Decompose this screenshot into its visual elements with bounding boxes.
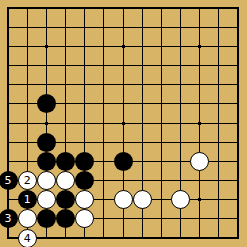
- star-point: [198, 122, 201, 125]
- black-stone[interactable]: [37, 152, 56, 171]
- star-point: [122, 122, 125, 125]
- black-stone[interactable]: [114, 152, 133, 171]
- white-stone[interactable]: [75, 190, 94, 209]
- white-stone[interactable]: [114, 190, 133, 209]
- move-4-white-stone[interactable]: 4: [18, 229, 37, 247]
- grid-line-vertical: [237, 7, 239, 239]
- move-1-black-stone[interactable]: 1: [18, 190, 37, 209]
- star-point: [45, 45, 48, 48]
- move-5-black-stone[interactable]: 5: [0, 171, 18, 190]
- white-stone[interactable]: [133, 190, 152, 209]
- white-stone[interactable]: [171, 190, 190, 209]
- go-board[interactable]: 52134: [0, 0, 247, 247]
- white-stone[interactable]: [37, 171, 56, 190]
- black-stone[interactable]: [56, 190, 75, 209]
- white-stone[interactable]: [56, 171, 75, 190]
- move-2-white-stone[interactable]: 2: [18, 171, 37, 190]
- star-point: [45, 122, 48, 125]
- move-number-label: 4: [24, 230, 31, 247]
- black-stone[interactable]: [37, 209, 56, 228]
- black-stone[interactable]: [37, 94, 56, 113]
- star-point: [198, 198, 201, 201]
- black-stone[interactable]: [75, 171, 94, 190]
- black-stone[interactable]: [75, 152, 94, 171]
- grid-line-vertical: [161, 7, 162, 239]
- star-point: [122, 45, 125, 48]
- grid-line-vertical: [218, 7, 219, 239]
- move-number-label: 2: [24, 172, 31, 189]
- white-stone[interactable]: [75, 209, 94, 228]
- black-stone[interactable]: [37, 133, 56, 152]
- move-number-label: 3: [5, 209, 12, 228]
- white-stone[interactable]: [18, 209, 37, 228]
- black-stone[interactable]: [56, 152, 75, 171]
- black-stone[interactable]: [56, 209, 75, 228]
- move-number-label: 5: [5, 171, 12, 190]
- move-3-black-stone[interactable]: 3: [0, 209, 18, 228]
- star-point: [198, 45, 201, 48]
- white-stone[interactable]: [37, 190, 56, 209]
- move-number-label: 1: [24, 190, 31, 209]
- white-stone[interactable]: [190, 152, 209, 171]
- grid-line-horizontal: [7, 237, 239, 239]
